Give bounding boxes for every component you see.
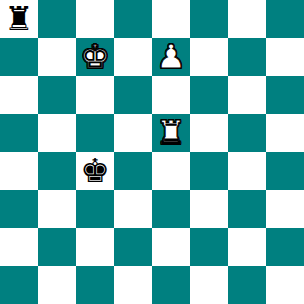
square-f8[interactable] — [190, 0, 228, 38]
black-king[interactable]: ♚ — [80, 154, 110, 187]
square-e7[interactable]: ♟ — [152, 38, 190, 76]
square-f3[interactable] — [190, 190, 228, 228]
square-g1[interactable] — [228, 266, 266, 304]
square-g4[interactable] — [228, 152, 266, 190]
square-b2[interactable] — [38, 228, 76, 266]
square-g2[interactable] — [228, 228, 266, 266]
square-f1[interactable] — [190, 266, 228, 304]
square-h7[interactable] — [266, 38, 304, 76]
square-b1[interactable] — [38, 266, 76, 304]
square-e5[interactable]: ♜ — [152, 114, 190, 152]
square-b7[interactable] — [38, 38, 76, 76]
square-d2[interactable] — [114, 228, 152, 266]
square-e3[interactable] — [152, 190, 190, 228]
square-a8[interactable]: ♜ — [0, 0, 38, 38]
square-h8[interactable] — [266, 0, 304, 38]
square-d6[interactable] — [114, 76, 152, 114]
square-g8[interactable] — [228, 0, 266, 38]
square-d1[interactable] — [114, 266, 152, 304]
square-h2[interactable] — [266, 228, 304, 266]
square-a2[interactable] — [0, 228, 38, 266]
square-e1[interactable] — [152, 266, 190, 304]
square-a3[interactable] — [0, 190, 38, 228]
square-f2[interactable] — [190, 228, 228, 266]
square-h1[interactable] — [266, 266, 304, 304]
square-h3[interactable] — [266, 190, 304, 228]
white-king[interactable]: ♚ — [80, 40, 110, 73]
square-a4[interactable] — [0, 152, 38, 190]
square-c8[interactable] — [76, 0, 114, 38]
square-f5[interactable] — [190, 114, 228, 152]
square-e4[interactable] — [152, 152, 190, 190]
square-f6[interactable] — [190, 76, 228, 114]
square-d4[interactable] — [114, 152, 152, 190]
white-pawn[interactable]: ♟ — [156, 40, 186, 73]
square-e8[interactable] — [152, 0, 190, 38]
square-d5[interactable] — [114, 114, 152, 152]
square-b4[interactable] — [38, 152, 76, 190]
square-f4[interactable] — [190, 152, 228, 190]
square-b5[interactable] — [38, 114, 76, 152]
square-f7[interactable] — [190, 38, 228, 76]
square-e2[interactable] — [152, 228, 190, 266]
square-d8[interactable] — [114, 0, 152, 38]
square-a6[interactable] — [0, 76, 38, 114]
square-h4[interactable] — [266, 152, 304, 190]
square-b8[interactable] — [38, 0, 76, 38]
square-b6[interactable] — [38, 76, 76, 114]
square-d7[interactable] — [114, 38, 152, 76]
square-c7[interactable]: ♚ — [76, 38, 114, 76]
square-c3[interactable] — [76, 190, 114, 228]
square-h5[interactable] — [266, 114, 304, 152]
square-c2[interactable] — [76, 228, 114, 266]
square-h6[interactable] — [266, 76, 304, 114]
square-a7[interactable] — [0, 38, 38, 76]
square-g7[interactable] — [228, 38, 266, 76]
square-a5[interactable] — [0, 114, 38, 152]
square-c6[interactable] — [76, 76, 114, 114]
square-g3[interactable] — [228, 190, 266, 228]
chess-board: ♜♚♟♜♚ — [0, 0, 304, 304]
square-e6[interactable] — [152, 76, 190, 114]
square-d3[interactable] — [114, 190, 152, 228]
square-a1[interactable] — [0, 266, 38, 304]
black-rook[interactable]: ♜ — [4, 2, 34, 35]
square-c1[interactable] — [76, 266, 114, 304]
square-c5[interactable] — [76, 114, 114, 152]
square-b3[interactable] — [38, 190, 76, 228]
square-c4[interactable]: ♚ — [76, 152, 114, 190]
square-g6[interactable] — [228, 76, 266, 114]
white-rook[interactable]: ♜ — [156, 116, 186, 149]
square-g5[interactable] — [228, 114, 266, 152]
